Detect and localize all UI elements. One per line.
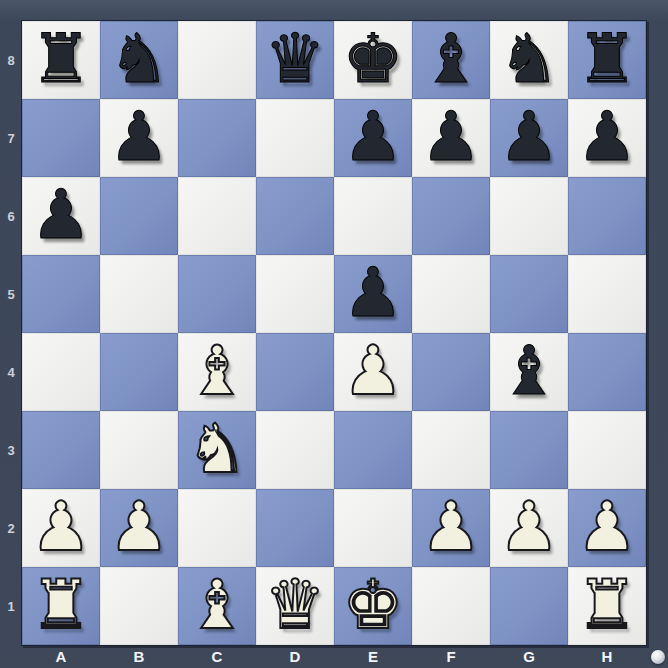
square-c6[interactable] [178,177,256,255]
rank-label-5: 5 [0,255,22,333]
square-c7[interactable] [178,99,256,177]
square-h1[interactable]: ♜ [568,567,646,645]
rank-label-2: 2 [0,489,22,567]
square-d8[interactable]: ♛ [256,21,334,99]
file-label-d: D [256,645,334,668]
square-h7[interactable]: ♟ [568,99,646,177]
square-f2[interactable]: ♟ [412,489,490,567]
file-label-b: B [100,645,178,668]
rank-label-3: 3 [0,411,22,489]
piece-black-pawn[interactable]: ♟ [568,99,646,177]
piece-black-pawn[interactable]: ♟ [412,99,490,177]
square-a2[interactable]: ♟ [22,489,100,567]
square-b2[interactable]: ♟ [100,489,178,567]
square-h3[interactable] [568,411,646,489]
square-e5[interactable]: ♟ [334,255,412,333]
piece-white-pawn[interactable]: ♟ [568,489,646,567]
square-e6[interactable] [334,177,412,255]
square-h6[interactable] [568,177,646,255]
rank-label-7: 7 [0,99,22,177]
piece-black-rook[interactable]: ♜ [22,21,100,99]
piece-white-pawn[interactable]: ♟ [22,489,100,567]
square-g3[interactable] [490,411,568,489]
square-d4[interactable] [256,333,334,411]
piece-black-knight[interactable]: ♞ [100,21,178,99]
square-e4[interactable]: ♟ [334,333,412,411]
square-f4[interactable] [412,333,490,411]
square-a1[interactable]: ♜ [22,567,100,645]
piece-white-king[interactable]: ♚ [334,567,412,645]
square-c8[interactable] [178,21,256,99]
piece-black-pawn[interactable]: ♟ [22,177,100,255]
square-g5[interactable] [490,255,568,333]
square-b5[interactable] [100,255,178,333]
square-d6[interactable] [256,177,334,255]
rank-label-1: 1 [0,567,22,645]
file-label-a: A [22,645,100,668]
square-g1[interactable] [490,567,568,645]
rank-label-6: 6 [0,177,22,255]
file-label-c: C [178,645,256,668]
square-f8[interactable]: ♝ [412,21,490,99]
piece-black-queen[interactable]: ♛ [256,21,334,99]
square-h2[interactable]: ♟ [568,489,646,567]
square-g4[interactable]: ♝ [490,333,568,411]
square-e2[interactable] [334,489,412,567]
rank-label-8: 8 [0,21,22,99]
square-h8[interactable]: ♜ [568,21,646,99]
square-h5[interactable] [568,255,646,333]
square-a3[interactable] [22,411,100,489]
file-labels: A B C D E F G H [22,645,646,668]
square-f6[interactable] [412,177,490,255]
piece-black-pawn[interactable]: ♟ [100,99,178,177]
square-d1[interactable]: ♛ [256,567,334,645]
square-f1[interactable] [412,567,490,645]
square-d7[interactable] [256,99,334,177]
piece-white-pawn[interactable]: ♟ [412,489,490,567]
file-label-e: E [334,645,412,668]
piece-black-pawn[interactable]: ♟ [490,99,568,177]
rank-label-4: 4 [0,333,22,411]
square-c2[interactable] [178,489,256,567]
piece-white-bishop[interactable]: ♝ [178,567,256,645]
piece-white-rook[interactable]: ♜ [22,567,100,645]
square-b3[interactable] [100,411,178,489]
piece-black-pawn[interactable]: ♟ [334,99,412,177]
square-g8[interactable]: ♞ [490,21,568,99]
chess-app: 8 7 6 5 4 3 2 1 ♜♞♛♚♝♞♜♟♟♟♟♟♟♟♝♟♝♞♟♟♟♟♟♜… [0,0,668,668]
piece-white-bishop[interactable]: ♝ [178,333,256,411]
square-d2[interactable] [256,489,334,567]
piece-white-pawn[interactable]: ♟ [100,489,178,567]
square-b7[interactable]: ♟ [100,99,178,177]
piece-black-king[interactable]: ♚ [334,21,412,99]
square-d5[interactable] [256,255,334,333]
piece-white-pawn[interactable]: ♟ [490,489,568,567]
square-a5[interactable] [22,255,100,333]
square-g6[interactable] [490,177,568,255]
board: ♜♞♛♚♝♞♜♟♟♟♟♟♟♟♝♟♝♞♟♟♟♟♟♜♝♛♚♜ [22,21,646,645]
square-b8[interactable]: ♞ [100,21,178,99]
square-f3[interactable] [412,411,490,489]
square-a4[interactable] [22,333,100,411]
square-a6[interactable]: ♟ [22,177,100,255]
square-c5[interactable] [178,255,256,333]
piece-black-knight[interactable]: ♞ [490,21,568,99]
square-e3[interactable] [334,411,412,489]
square-e8[interactable]: ♚ [334,21,412,99]
square-b6[interactable] [100,177,178,255]
square-c1[interactable]: ♝ [178,567,256,645]
square-a7[interactable] [22,99,100,177]
file-label-h: H [568,645,646,668]
square-a8[interactable]: ♜ [22,21,100,99]
piece-black-bishop[interactable]: ♝ [412,21,490,99]
piece-white-queen[interactable]: ♛ [256,567,334,645]
rank-labels: 8 7 6 5 4 3 2 1 [0,21,22,645]
square-b4[interactable] [100,333,178,411]
piece-black-pawn[interactable]: ♟ [334,255,412,333]
square-b1[interactable] [100,567,178,645]
side-to-move-indicator-ball [651,650,665,664]
square-f5[interactable] [412,255,490,333]
square-d3[interactable] [256,411,334,489]
piece-black-rook[interactable]: ♜ [568,21,646,99]
square-g2[interactable]: ♟ [490,489,568,567]
file-label-g: G [490,645,568,668]
square-h4[interactable] [568,333,646,411]
piece-white-knight[interactable]: ♞ [178,411,256,489]
square-f7[interactable]: ♟ [412,99,490,177]
file-label-f: F [412,645,490,668]
square-e1[interactable]: ♚ [334,567,412,645]
piece-black-bishop[interactable]: ♝ [490,333,568,411]
piece-white-pawn[interactable]: ♟ [334,333,412,411]
square-c3[interactable]: ♞ [178,411,256,489]
square-c4[interactable]: ♝ [178,333,256,411]
square-e7[interactable]: ♟ [334,99,412,177]
piece-white-rook[interactable]: ♜ [568,567,646,645]
square-g7[interactable]: ♟ [490,99,568,177]
